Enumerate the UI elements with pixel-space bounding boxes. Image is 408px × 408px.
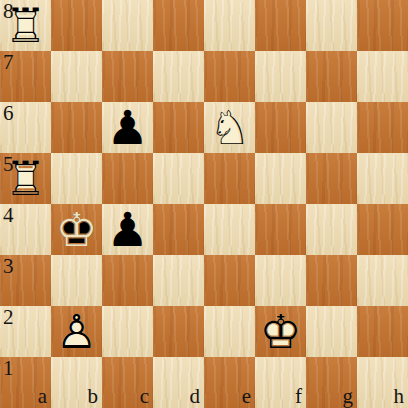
square-e4[interactable]: [204, 204, 255, 255]
square-a1[interactable]: 1a: [0, 357, 51, 408]
rank-label-7: 7: [3, 52, 14, 73]
square-g7[interactable]: [306, 51, 357, 102]
square-f4[interactable]: [255, 204, 306, 255]
white-rook-outline-icon: ♖: [0, 153, 51, 204]
square-f8[interactable]: [255, 0, 306, 51]
square-g4[interactable]: [306, 204, 357, 255]
square-g5[interactable]: [306, 153, 357, 204]
white-king-outline-icon: ♔: [255, 306, 306, 357]
file-label-d: d: [190, 387, 201, 407]
square-e6[interactable]: ♞♘: [204, 102, 255, 153]
square-h6[interactable]: [357, 102, 408, 153]
square-f5[interactable]: [255, 153, 306, 204]
square-h8[interactable]: [357, 0, 408, 51]
square-h2[interactable]: [357, 306, 408, 357]
black-king-outline-icon: ♔: [51, 204, 102, 255]
square-b2[interactable]: ♟♙: [51, 306, 102, 357]
file-label-g: g: [343, 387, 354, 407]
file-label-c: c: [140, 387, 149, 407]
square-c3[interactable]: [102, 255, 153, 306]
square-f1[interactable]: f: [255, 357, 306, 408]
square-a6[interactable]: 6: [0, 102, 51, 153]
square-e2[interactable]: [204, 306, 255, 357]
file-label-f: f: [295, 387, 302, 407]
square-d2[interactable]: [153, 306, 204, 357]
square-g2[interactable]: [306, 306, 357, 357]
square-e1[interactable]: e: [204, 357, 255, 408]
square-d3[interactable]: [153, 255, 204, 306]
square-h1[interactable]: h: [357, 357, 408, 408]
square-h3[interactable]: [357, 255, 408, 306]
square-g1[interactable]: g: [306, 357, 357, 408]
square-e5[interactable]: [204, 153, 255, 204]
square-b8[interactable]: [51, 0, 102, 51]
black-pawn-icon: ♟: [102, 102, 153, 153]
square-f2[interactable]: ♚♔: [255, 306, 306, 357]
square-d4[interactable]: [153, 204, 204, 255]
black-king-icon: ♚: [51, 204, 102, 255]
file-label-h: h: [394, 387, 405, 407]
chess-board: 8♜♖76♟♞♘5♜♖4♚♔♟32♟♙♚♔1abcdefgh: [0, 0, 408, 408]
square-a3[interactable]: 3: [0, 255, 51, 306]
square-d8[interactable]: [153, 0, 204, 51]
square-c6[interactable]: ♟: [102, 102, 153, 153]
rank-label-8: 8: [3, 1, 14, 22]
square-b7[interactable]: [51, 51, 102, 102]
white-rook-icon: ♜: [0, 153, 51, 204]
square-e8[interactable]: [204, 0, 255, 51]
white-pawn-outline-icon: ♙: [51, 306, 102, 357]
square-h5[interactable]: [357, 153, 408, 204]
black-pawn-icon: ♟: [102, 204, 153, 255]
square-a7[interactable]: 7: [0, 51, 51, 102]
square-h7[interactable]: [357, 51, 408, 102]
square-c4[interactable]: ♟: [102, 204, 153, 255]
square-e7[interactable]: [204, 51, 255, 102]
rank-label-4: 4: [3, 205, 14, 226]
square-c2[interactable]: [102, 306, 153, 357]
square-g8[interactable]: [306, 0, 357, 51]
square-d1[interactable]: d: [153, 357, 204, 408]
square-b3[interactable]: [51, 255, 102, 306]
square-g6[interactable]: [306, 102, 357, 153]
rank-label-2: 2: [3, 307, 14, 328]
square-e3[interactable]: [204, 255, 255, 306]
square-g3[interactable]: [306, 255, 357, 306]
square-h4[interactable]: [357, 204, 408, 255]
square-f7[interactable]: [255, 51, 306, 102]
file-label-a: a: [38, 387, 47, 407]
file-label-b: b: [88, 387, 99, 407]
white-king-icon: ♚: [255, 306, 306, 357]
file-label-e: e: [242, 387, 251, 407]
square-b6[interactable]: [51, 102, 102, 153]
white-knight-icon: ♞: [204, 102, 255, 153]
square-f6[interactable]: [255, 102, 306, 153]
square-b4[interactable]: ♚♔: [51, 204, 102, 255]
square-a5[interactable]: 5♜♖: [0, 153, 51, 204]
white-rook-outline-icon: ♖: [0, 0, 51, 51]
white-pawn-icon: ♟: [51, 306, 102, 357]
white-rook-icon: ♜: [0, 0, 51, 51]
square-c5[interactable]: [102, 153, 153, 204]
square-a8[interactable]: 8♜♖: [0, 0, 51, 51]
square-a2[interactable]: 2: [0, 306, 51, 357]
square-b1[interactable]: b: [51, 357, 102, 408]
square-c7[interactable]: [102, 51, 153, 102]
square-a4[interactable]: 4: [0, 204, 51, 255]
rank-label-3: 3: [3, 256, 14, 277]
rank-label-1: 1: [3, 358, 14, 379]
square-d7[interactable]: [153, 51, 204, 102]
rank-label-6: 6: [3, 103, 14, 124]
rank-label-5: 5: [3, 154, 14, 175]
square-d5[interactable]: [153, 153, 204, 204]
square-d6[interactable]: [153, 102, 204, 153]
square-c8[interactable]: [102, 0, 153, 51]
square-c1[interactable]: c: [102, 357, 153, 408]
square-b5[interactable]: [51, 153, 102, 204]
square-f3[interactable]: [255, 255, 306, 306]
white-knight-outline-icon: ♘: [204, 102, 255, 153]
